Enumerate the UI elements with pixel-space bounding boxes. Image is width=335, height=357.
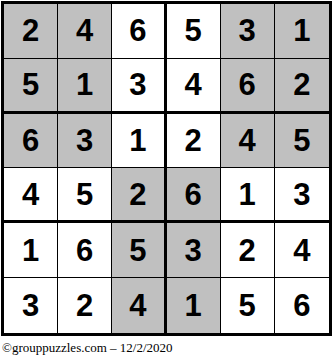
sudoku-cell-r1c3: 6 bbox=[112, 4, 166, 59]
puzzle-page: 246531513462631245452613165324324156 ©gr… bbox=[0, 0, 335, 357]
sudoku-cell-r6c4: 1 bbox=[167, 278, 221, 333]
sudoku-cell-r2c5: 6 bbox=[221, 59, 275, 114]
sudoku-cell-r1c6: 1 bbox=[275, 4, 329, 59]
sudoku-cell-r4c3: 2 bbox=[112, 168, 166, 223]
sudoku-cell-r4c6: 3 bbox=[275, 168, 329, 223]
sudoku-cell-r1c2: 4 bbox=[58, 4, 112, 59]
sudoku-board: 246531513462631245452613165324324156 bbox=[1, 1, 332, 336]
sudoku-cell-r4c4: 6 bbox=[167, 168, 221, 223]
sudoku-cell-r5c2: 6 bbox=[58, 223, 112, 278]
sudoku-cell-r1c5: 3 bbox=[221, 4, 275, 59]
sudoku-cell-r3c2: 3 bbox=[58, 114, 112, 169]
sudoku-cell-r3c1: 6 bbox=[4, 114, 58, 169]
sudoku-cell-r5c4: 3 bbox=[167, 223, 221, 278]
copyright-credit: ©grouppuzzles.com – 12/2/2020 bbox=[2, 340, 335, 356]
sudoku-cell-r4c1: 4 bbox=[4, 168, 58, 223]
sudoku-cell-r3c4: 2 bbox=[167, 114, 221, 169]
sudoku-cell-r6c5: 5 bbox=[221, 278, 275, 333]
sudoku-cell-r1c1: 2 bbox=[4, 4, 58, 59]
sudoku-cell-r6c6: 6 bbox=[275, 278, 329, 333]
sudoku-cell-r5c6: 4 bbox=[275, 223, 329, 278]
sudoku-cell-r3c6: 5 bbox=[275, 114, 329, 169]
sudoku-cell-r2c3: 3 bbox=[112, 59, 166, 114]
sudoku-cell-r2c6: 2 bbox=[275, 59, 329, 114]
sudoku-cell-r4c5: 1 bbox=[221, 168, 275, 223]
sudoku-cell-r3c5: 4 bbox=[221, 114, 275, 169]
sudoku-cell-r2c2: 1 bbox=[58, 59, 112, 114]
sudoku-cell-r6c1: 3 bbox=[4, 278, 58, 333]
sudoku-cell-r2c1: 5 bbox=[4, 59, 58, 114]
sudoku-cell-r6c3: 4 bbox=[112, 278, 166, 333]
sudoku-cell-r3c3: 1 bbox=[112, 114, 166, 169]
sudoku-cell-r1c4: 5 bbox=[167, 4, 221, 59]
sudoku-cell-r6c2: 2 bbox=[58, 278, 112, 333]
sudoku-cell-r4c2: 5 bbox=[58, 168, 112, 223]
sudoku-cell-r5c1: 1 bbox=[4, 223, 58, 278]
sudoku-cell-r2c4: 4 bbox=[167, 59, 221, 114]
sudoku-cell-r5c3: 5 bbox=[112, 223, 166, 278]
sudoku-cell-r5c5: 2 bbox=[221, 223, 275, 278]
